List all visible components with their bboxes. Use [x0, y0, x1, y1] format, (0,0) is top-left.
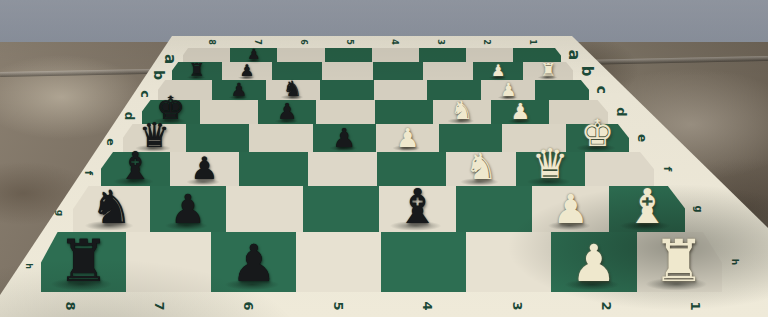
piece-glyph: ♟: [510, 99, 530, 124]
piece-glyph: ♟: [491, 61, 505, 80]
piece-black-pawn-f7[interactable]: ♟: [191, 153, 219, 184]
piece-white-pawn-e4[interactable]: ♟: [396, 125, 419, 151]
piece-glyph: ♞: [451, 96, 473, 125]
piece-white-rook-h1[interactable]: ♜: [653, 231, 705, 289]
piece-black-rook-h8[interactable]: ♜: [58, 231, 110, 289]
piece-glyph: ♟: [571, 234, 617, 293]
piece-glyph: ♟: [553, 187, 589, 233]
piece-white-king-e1[interactable]: ♚: [581, 115, 614, 152]
piece-black-bishop-g4[interactable]: ♝: [396, 182, 439, 230]
piece-black-pawn-g7[interactable]: ♟: [170, 190, 206, 230]
piece-glyph: ♟: [170, 187, 206, 233]
photo-scene: 8765432187654321abcdefghabcdefgh ♟♜♟♟♜♟♞…: [0, 0, 768, 317]
piece-black-pawn-c7[interactable]: ♟: [231, 81, 247, 99]
piece-white-pawn-d2[interactable]: ♟: [510, 101, 530, 123]
piece-white-pawn-h2[interactable]: ♟: [571, 238, 617, 289]
piece-black-rook-b8[interactable]: ♜: [189, 61, 205, 79]
piece-glyph: ♟: [240, 61, 254, 80]
piece-glyph: ♟: [231, 79, 247, 100]
piece-white-rook-b1[interactable]: ♜: [540, 61, 556, 79]
piece-glyph: ♟: [500, 79, 516, 100]
piece-glyph: ♟: [333, 123, 356, 153]
piece-glyph: ♞: [283, 76, 302, 100]
piece-glyph: ♜: [653, 226, 705, 294]
piece-glyph: ♟: [231, 234, 277, 293]
piece-glyph: ♜: [58, 226, 110, 294]
piece-glyph: ♛: [532, 140, 569, 188]
piece-black-knight-c6[interactable]: ♞: [283, 78, 302, 99]
piece-white-queen-f2[interactable]: ♛: [532, 144, 569, 185]
piece-glyph: ♟: [277, 99, 297, 124]
piece-white-pawn-g2[interactable]: ♟: [553, 190, 589, 230]
piece-white-pawn-b2[interactable]: ♟: [491, 63, 505, 79]
piece-black-pawn-b7[interactable]: ♟: [240, 63, 254, 79]
piece-white-bishop-g1[interactable]: ♝: [626, 182, 669, 230]
piece-black-pawn-d6[interactable]: ♟: [277, 101, 297, 123]
piece-black-knight-g8[interactable]: ♞: [91, 184, 132, 230]
piece-glyph: ♝: [396, 178, 439, 234]
piece-glyph: ♜: [189, 59, 205, 80]
piece-glyph: ♚: [581, 112, 614, 155]
piece-glyph: ♟: [248, 46, 261, 62]
pieces-layer: ♟♜♟♟♜♟♞♟♚♟♞♟♛♟♟♚♝♟♞♛♞♟♝♟♝♜♟♟♜: [0, 0, 768, 317]
piece-glyph: ♞: [465, 146, 497, 187]
piece-white-knight-d3[interactable]: ♞: [451, 98, 473, 123]
piece-glyph: ♟: [396, 123, 419, 153]
piece-black-pawn-e5[interactable]: ♟: [333, 125, 356, 151]
piece-glyph: ♜: [540, 59, 556, 80]
piece-black-pawn-h6[interactable]: ♟: [231, 238, 277, 289]
piece-black-pawn-a7[interactable]: ♟: [248, 47, 261, 61]
piece-white-pawn-c2[interactable]: ♟: [500, 81, 516, 99]
piece-white-knight-f3[interactable]: ♞: [465, 149, 497, 185]
piece-glyph: ♟: [191, 150, 219, 186]
